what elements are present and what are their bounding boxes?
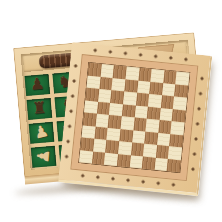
stored-piece-light-pawn: ♟ [35, 148, 52, 164]
product-photo: ♟♞♟♜♝♞♟♟♟♟ [0, 0, 222, 222]
tray-cell: ♜ [27, 98, 53, 120]
square-h8 [176, 72, 190, 86]
board-grid [79, 63, 189, 173]
stored-piece-light-pawn: ♟ [33, 123, 51, 142]
square-h3 [170, 134, 184, 148]
tray-cell: ♟ [29, 122, 55, 144]
square-h6 [173, 96, 187, 110]
tray-cell: ♟ [24, 74, 50, 96]
square-h7 [174, 84, 188, 98]
square-h1 [167, 159, 181, 173]
chess-board [58, 42, 212, 196]
stored-piece-dark-pawn: ♟ [29, 76, 45, 93]
square-h2 [168, 146, 182, 160]
square-h5 [172, 109, 186, 123]
stored-piece-dark-rook: ♜ [32, 100, 48, 117]
tray-cell: ♟ [31, 146, 57, 168]
square-h4 [171, 121, 185, 135]
board-inner-frame [71, 55, 197, 180]
